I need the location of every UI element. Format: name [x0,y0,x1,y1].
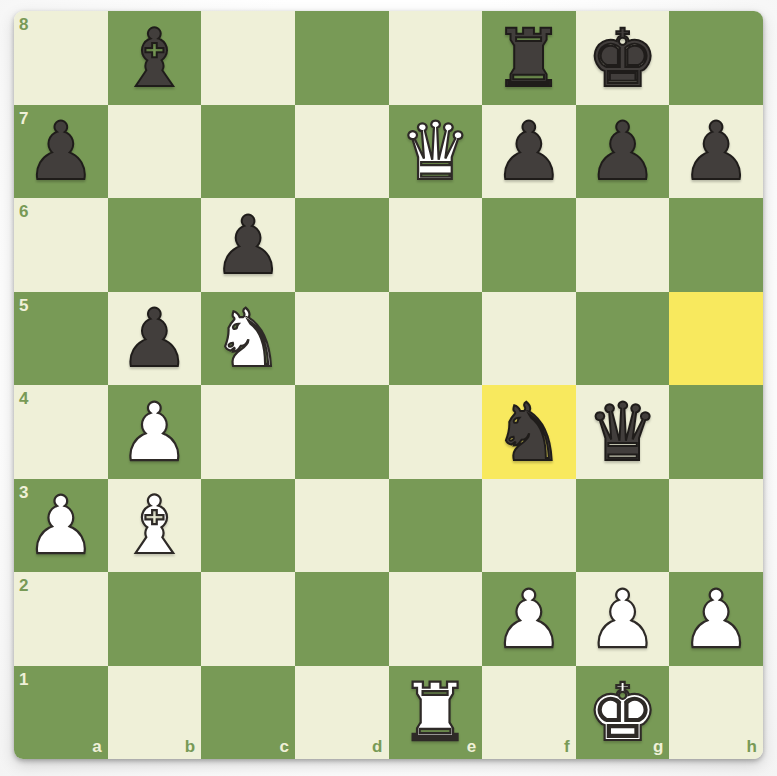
rank-label-1: 1 [19,671,28,688]
file-label-b: b [185,738,195,755]
black-bishop-b8[interactable]: ♝ [119,19,191,99]
white-pawn-g2[interactable]: ♟ [587,580,659,660]
white-pawn-a3[interactable]: ♟ [25,486,97,566]
square-f1[interactable]: f [482,666,576,760]
square-g3[interactable] [576,479,670,573]
square-g2[interactable]: ♟ [576,572,670,666]
square-a4[interactable]: 4 [14,385,108,479]
white-queen-e7[interactable]: ♛ [399,112,471,192]
square-e6[interactable] [389,198,483,292]
black-pawn-c6[interactable]: ♟ [212,206,284,286]
square-h6[interactable] [669,198,763,292]
square-f5[interactable] [482,292,576,386]
square-a7[interactable]: 7♟ [14,105,108,199]
square-h5[interactable] [669,292,763,386]
square-c8[interactable] [201,11,295,105]
square-b8[interactable]: ♝ [108,11,202,105]
square-c3[interactable] [201,479,295,573]
square-a5[interactable]: 5 [14,292,108,386]
square-a6[interactable]: 6 [14,198,108,292]
square-b7[interactable] [108,105,202,199]
file-label-d: d [372,738,382,755]
square-d2[interactable] [295,572,389,666]
square-b5[interactable]: ♟ [108,292,202,386]
page-background: 8♝♜♚7♟♛♟♟♟6♟5♟♞4♟♞♛3♟♝2♟♟♟1abcde♜fg♚h [0,0,777,776]
square-h1[interactable]: h [669,666,763,760]
square-a1[interactable]: 1a [14,666,108,760]
square-c5[interactable]: ♞ [201,292,295,386]
white-pawn-b4[interactable]: ♟ [119,393,191,473]
square-c4[interactable] [201,385,295,479]
square-f6[interactable] [482,198,576,292]
square-f2[interactable]: ♟ [482,572,576,666]
file-label-h: h [747,738,757,755]
square-b1[interactable]: b [108,666,202,760]
black-pawn-g7[interactable]: ♟ [587,112,659,192]
square-b4[interactable]: ♟ [108,385,202,479]
square-e5[interactable] [389,292,483,386]
square-d6[interactable] [295,198,389,292]
black-pawn-a7[interactable]: ♟ [25,112,97,192]
black-king-g8[interactable]: ♚ [587,19,659,99]
square-g4[interactable]: ♛ [576,385,670,479]
square-g8[interactable]: ♚ [576,11,670,105]
square-d8[interactable] [295,11,389,105]
square-f8[interactable]: ♜ [482,11,576,105]
square-e7[interactable]: ♛ [389,105,483,199]
square-d1[interactable]: d [295,666,389,760]
file-label-c: c [279,738,288,755]
white-rook-e1[interactable]: ♜ [399,673,471,753]
square-h7[interactable]: ♟ [669,105,763,199]
square-a8[interactable]: 8 [14,11,108,105]
black-pawn-b5[interactable]: ♟ [119,299,191,379]
white-bishop-b3[interactable]: ♝ [119,486,191,566]
square-f3[interactable] [482,479,576,573]
chess-board-grid: 8♝♜♚7♟♛♟♟♟6♟5♟♞4♟♞♛3♟♝2♟♟♟1abcde♜fg♚h [14,11,763,759]
square-h2[interactable]: ♟ [669,572,763,666]
square-d3[interactable] [295,479,389,573]
square-c7[interactable] [201,105,295,199]
black-queen-g4[interactable]: ♛ [587,393,659,473]
square-a3[interactable]: 3♟ [14,479,108,573]
rank-label-2: 2 [19,577,28,594]
rank-label-6: 6 [19,203,28,220]
square-a2[interactable]: 2 [14,572,108,666]
square-g5[interactable] [576,292,670,386]
square-f7[interactable]: ♟ [482,105,576,199]
rank-label-5: 5 [19,297,28,314]
square-e4[interactable] [389,385,483,479]
black-rook-f8[interactable]: ♜ [493,19,565,99]
square-g1[interactable]: g♚ [576,666,670,760]
square-h3[interactable] [669,479,763,573]
square-d7[interactable] [295,105,389,199]
chess-board: 8♝♜♚7♟♛♟♟♟6♟5♟♞4♟♞♛3♟♝2♟♟♟1abcde♜fg♚h [14,11,763,759]
square-c1[interactable]: c [201,666,295,760]
square-e8[interactable] [389,11,483,105]
rank-label-8: 8 [19,16,28,33]
square-b2[interactable] [108,572,202,666]
square-f4[interactable]: ♞ [482,385,576,479]
white-king-g1[interactable]: ♚ [587,673,659,753]
square-c2[interactable] [201,572,295,666]
square-c6[interactable]: ♟ [201,198,295,292]
black-pawn-f7[interactable]: ♟ [493,112,565,192]
black-knight-f4[interactable]: ♞ [493,393,565,473]
rank-label-4: 4 [19,390,28,407]
square-h4[interactable] [669,385,763,479]
square-d4[interactable] [295,385,389,479]
square-g6[interactable] [576,198,670,292]
square-e3[interactable] [389,479,483,573]
white-pawn-h2[interactable]: ♟ [680,580,752,660]
square-d5[interactable] [295,292,389,386]
square-b6[interactable] [108,198,202,292]
square-g7[interactable]: ♟ [576,105,670,199]
square-e1[interactable]: e♜ [389,666,483,760]
black-pawn-h7[interactable]: ♟ [680,112,752,192]
square-h8[interactable] [669,11,763,105]
white-pawn-f2[interactable]: ♟ [493,580,565,660]
white-knight-c5[interactable]: ♞ [212,299,284,379]
square-e2[interactable] [389,572,483,666]
file-label-f: f [564,738,570,755]
file-label-a: a [92,738,101,755]
square-b3[interactable]: ♝ [108,479,202,573]
